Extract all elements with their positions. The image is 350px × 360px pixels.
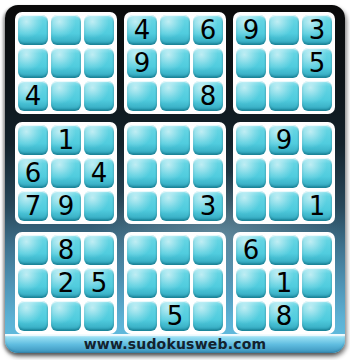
cell-r7c5[interactable]: [160, 235, 190, 265]
cell-r5c7[interactable]: [236, 158, 266, 188]
cell-r4c9[interactable]: [302, 125, 332, 155]
cell-r7c4[interactable]: [127, 235, 157, 265]
cell-r8c3[interactable]: 5: [84, 268, 114, 298]
cell-r7c6[interactable]: [193, 235, 223, 265]
cell-r9c2[interactable]: [51, 301, 81, 331]
cell-r5c3[interactable]: 4: [84, 158, 114, 188]
cell-r5c5[interactable]: [160, 158, 190, 188]
cell-r2c2[interactable]: [51, 48, 81, 78]
cell-r5c4[interactable]: [127, 158, 157, 188]
cell-r3c2[interactable]: [51, 81, 81, 111]
cell-r9c6[interactable]: [193, 301, 223, 331]
cell-r6c9[interactable]: 1: [302, 191, 332, 221]
cell-r1c5[interactable]: [160, 15, 190, 45]
cell-r1c4[interactable]: 4: [127, 15, 157, 45]
cell-r1c3[interactable]: [84, 15, 114, 45]
cell-r6c7[interactable]: [236, 191, 266, 221]
cell-r9c3[interactable]: [84, 301, 114, 331]
sudoku-board: 44698935164793918255618 www.sudokusweb.c…: [5, 5, 345, 353]
cell-r8c1[interactable]: [18, 268, 48, 298]
cell-r8c7[interactable]: [236, 268, 266, 298]
cell-r1c1[interactable]: [18, 15, 48, 45]
cell-r4c7[interactable]: [236, 125, 266, 155]
cell-r7c2[interactable]: 8: [51, 235, 81, 265]
cell-r8c5[interactable]: [160, 268, 190, 298]
cell-r2c5[interactable]: [160, 48, 190, 78]
cell-r5c2[interactable]: [51, 158, 81, 188]
cell-r6c4[interactable]: [127, 191, 157, 221]
cell-r1c6[interactable]: 6: [193, 15, 223, 45]
footer-bar: www.sudokusweb.com: [5, 334, 345, 353]
board-box-r3c2: 5: [124, 232, 226, 334]
cell-r3c3[interactable]: [84, 81, 114, 111]
cell-r3c9[interactable]: [302, 81, 332, 111]
board-grid: 44698935164793918255618: [15, 12, 335, 334]
cell-r6c1[interactable]: 7: [18, 191, 48, 221]
cell-r4c4[interactable]: [127, 125, 157, 155]
cell-r8c9[interactable]: [302, 268, 332, 298]
cell-r8c2[interactable]: 2: [51, 268, 81, 298]
cell-r5c1[interactable]: 6: [18, 158, 48, 188]
cell-r2c1[interactable]: [18, 48, 48, 78]
board-box-r2c2: 3: [124, 122, 226, 224]
cell-r6c8[interactable]: [269, 191, 299, 221]
board-box-r3c1: 825: [15, 232, 117, 334]
cell-r7c7[interactable]: 6: [236, 235, 266, 265]
cell-r2c3[interactable]: [84, 48, 114, 78]
board-box-r1c2: 4698: [124, 12, 226, 114]
cell-r9c4[interactable]: [127, 301, 157, 331]
cell-r4c8[interactable]: 9: [269, 125, 299, 155]
cell-r4c2[interactable]: 1: [51, 125, 81, 155]
cell-r2c6[interactable]: [193, 48, 223, 78]
cell-r2c7[interactable]: [236, 48, 266, 78]
cell-r7c9[interactable]: [302, 235, 332, 265]
cell-r6c5[interactable]: [160, 191, 190, 221]
cell-r5c6[interactable]: [193, 158, 223, 188]
cell-r7c1[interactable]: [18, 235, 48, 265]
cell-r1c2[interactable]: [51, 15, 81, 45]
cell-r8c4[interactable]: [127, 268, 157, 298]
cell-r9c9[interactable]: [302, 301, 332, 331]
cell-r8c6[interactable]: [193, 268, 223, 298]
cell-r5c8[interactable]: [269, 158, 299, 188]
cell-r3c5[interactable]: [160, 81, 190, 111]
cell-r4c1[interactable]: [18, 125, 48, 155]
sudoku-widget: 44698935164793918255618 www.sudokusweb.c…: [0, 0, 350, 360]
cell-r2c9[interactable]: 5: [302, 48, 332, 78]
website-url: www.sudokusweb.com: [84, 336, 267, 352]
board-box-r3c3: 618: [233, 232, 335, 334]
board-box-r2c1: 16479: [15, 122, 117, 224]
cell-r5c9[interactable]: [302, 158, 332, 188]
board-box-r2c3: 91: [233, 122, 335, 224]
cell-r4c5[interactable]: [160, 125, 190, 155]
cell-r9c5[interactable]: 5: [160, 301, 190, 331]
cell-r4c3[interactable]: [84, 125, 114, 155]
cell-r9c7[interactable]: [236, 301, 266, 331]
cell-r6c6[interactable]: 3: [193, 191, 223, 221]
cell-r3c7[interactable]: [236, 81, 266, 111]
cell-r7c8[interactable]: [269, 235, 299, 265]
cell-r6c2[interactable]: 9: [51, 191, 81, 221]
cell-r8c8[interactable]: 1: [269, 268, 299, 298]
cell-r1c7[interactable]: 9: [236, 15, 266, 45]
cell-r6c3[interactable]: [84, 191, 114, 221]
cell-r3c1[interactable]: 4: [18, 81, 48, 111]
cell-r2c4[interactable]: 9: [127, 48, 157, 78]
cell-r3c4[interactable]: [127, 81, 157, 111]
cell-r3c6[interactable]: 8: [193, 81, 223, 111]
board-box-r1c3: 935: [233, 12, 335, 114]
cell-r9c1[interactable]: [18, 301, 48, 331]
cell-r7c3[interactable]: [84, 235, 114, 265]
cell-r1c8[interactable]: [269, 15, 299, 45]
cell-r1c9[interactable]: 3: [302, 15, 332, 45]
board-box-r1c1: 4: [15, 12, 117, 114]
cell-r2c8[interactable]: [269, 48, 299, 78]
cell-r4c6[interactable]: [193, 125, 223, 155]
cell-r3c8[interactable]: [269, 81, 299, 111]
cell-r9c8[interactable]: 8: [269, 301, 299, 331]
